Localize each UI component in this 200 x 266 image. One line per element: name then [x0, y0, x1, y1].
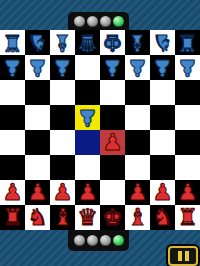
square-a1[interactable]: ♜	[0, 205, 25, 230]
square-g7[interactable]: ♟	[150, 55, 175, 80]
square-g8[interactable]: ♞	[150, 30, 175, 55]
square-a8[interactable]: ♜	[0, 30, 25, 55]
square-c4[interactable]	[50, 130, 75, 155]
blue-pawn-g7: ♟	[152, 56, 173, 79]
chess-game-screen: ♜♞♝♛♚♝♞♜♟♟♟♟♟♟♟♟♟♟♟♟♟♟♟♟♜♞♝♛♚♝♞♜	[0, 0, 200, 266]
square-h4[interactable]	[175, 130, 200, 155]
red-pawn-f2: ♟	[127, 181, 148, 204]
square-c7[interactable]: ♟	[50, 55, 75, 80]
red-bishop-f1: ♝	[127, 206, 148, 229]
red-king-e1: ♚	[102, 206, 123, 229]
blue-pawn-c7: ♟	[52, 56, 73, 79]
red-pawn-e4: ♟	[102, 131, 123, 154]
square-d1[interactable]: ♛	[75, 205, 100, 230]
blue-bishop-c8: ♝	[52, 31, 73, 54]
square-h3[interactable]	[175, 155, 200, 180]
square-h7[interactable]: ♟	[175, 55, 200, 80]
square-f1[interactable]: ♝	[125, 205, 150, 230]
square-d3[interactable]	[75, 155, 100, 180]
red-pawn-g2: ♟	[152, 181, 173, 204]
square-e1[interactable]: ♚	[100, 205, 125, 230]
red-queen-d1: ♛	[77, 206, 98, 229]
blue-rook-h8: ♜	[177, 31, 198, 54]
square-g5[interactable]	[150, 105, 175, 130]
square-f2[interactable]: ♟	[125, 180, 150, 205]
status-light-gray	[74, 235, 85, 246]
blue-pawn-h7: ♟	[177, 56, 198, 79]
square-c5[interactable]	[50, 105, 75, 130]
red-pawn-a2: ♟	[2, 181, 23, 204]
square-b3[interactable]	[25, 155, 50, 180]
blue-bishop-f8: ♝	[127, 31, 148, 54]
square-b7[interactable]: ♟	[25, 55, 50, 80]
top-player-indicator	[68, 12, 129, 30]
square-a5[interactable]	[0, 105, 25, 130]
blue-queen-d8: ♛	[77, 31, 98, 54]
square-a3[interactable]	[0, 155, 25, 180]
blue-pawn-f7: ♟	[127, 56, 148, 79]
square-d7[interactable]	[75, 55, 100, 80]
square-a7[interactable]: ♟	[0, 55, 25, 80]
square-e3[interactable]	[100, 155, 125, 180]
square-h1[interactable]: ♜	[175, 205, 200, 230]
blue-knight-g8: ♞	[152, 31, 173, 54]
square-a6[interactable]	[0, 80, 25, 105]
blue-pawn-a7: ♟	[2, 56, 23, 79]
square-b5[interactable]	[25, 105, 50, 130]
square-g3[interactable]	[150, 155, 175, 180]
status-light-green	[113, 235, 124, 246]
status-light-green	[113, 16, 124, 27]
red-rook-h1: ♜	[177, 206, 198, 229]
square-f7[interactable]: ♟	[125, 55, 150, 80]
red-pawn-c2: ♟	[52, 181, 73, 204]
square-f5[interactable]	[125, 105, 150, 130]
square-c8[interactable]: ♝	[50, 30, 75, 55]
red-rook-a1: ♜	[2, 206, 23, 229]
square-b8[interactable]: ♞	[25, 30, 50, 55]
square-g6[interactable]	[150, 80, 175, 105]
square-h5[interactable]	[175, 105, 200, 130]
blue-pawn-e7: ♟	[102, 56, 123, 79]
square-f6[interactable]	[125, 80, 150, 105]
square-c6[interactable]	[50, 80, 75, 105]
pause-icon	[178, 251, 182, 261]
square-e7[interactable]: ♟	[100, 55, 125, 80]
blue-pawn-d5: ♟	[77, 106, 98, 129]
square-d5[interactable]: ♟	[75, 105, 100, 130]
square-g1[interactable]: ♞	[150, 205, 175, 230]
square-f4[interactable]	[125, 130, 150, 155]
status-light-gray	[100, 235, 111, 246]
chess-board: ♜♞♝♛♚♝♞♜♟♟♟♟♟♟♟♟♟♟♟♟♟♟♟♟♜♞♝♛♚♝♞♜	[0, 30, 200, 230]
square-b2[interactable]: ♟	[25, 180, 50, 205]
square-e8[interactable]: ♚	[100, 30, 125, 55]
status-light-gray	[74, 16, 85, 27]
blue-rook-a8: ♜	[2, 31, 23, 54]
square-e5[interactable]	[100, 105, 125, 130]
square-d4[interactable]	[75, 130, 100, 155]
square-e6[interactable]	[100, 80, 125, 105]
red-knight-g1: ♞	[152, 206, 173, 229]
square-f3[interactable]	[125, 155, 150, 180]
status-light-gray	[100, 16, 111, 27]
red-knight-b1: ♞	[27, 206, 48, 229]
square-g2[interactable]: ♟	[150, 180, 175, 205]
square-e4[interactable]: ♟	[100, 130, 125, 155]
pause-icon	[185, 251, 189, 261]
square-h6[interactable]	[175, 80, 200, 105]
square-c2[interactable]: ♟	[50, 180, 75, 205]
square-f8[interactable]: ♝	[125, 30, 150, 55]
pause-button[interactable]	[168, 246, 198, 266]
square-g4[interactable]	[150, 130, 175, 155]
red-bishop-c1: ♝	[52, 206, 73, 229]
square-b1[interactable]: ♞	[25, 205, 50, 230]
square-h8[interactable]: ♜	[175, 30, 200, 55]
red-pawn-h2: ♟	[177, 181, 198, 204]
square-a2[interactable]: ♟	[0, 180, 25, 205]
status-light-gray	[87, 235, 98, 246]
blue-pawn-b7: ♟	[27, 56, 48, 79]
square-c3[interactable]	[50, 155, 75, 180]
square-a4[interactable]	[0, 130, 25, 155]
square-b4[interactable]	[25, 130, 50, 155]
square-d2[interactable]: ♟	[75, 180, 100, 205]
square-d6[interactable]	[75, 80, 100, 105]
square-c1[interactable]: ♝	[50, 205, 75, 230]
red-pawn-b2: ♟	[27, 181, 48, 204]
bottom-player-indicator	[68, 230, 129, 251]
red-pawn-d2: ♟	[77, 181, 98, 204]
status-light-gray	[87, 16, 98, 27]
blue-knight-b8: ♞	[27, 31, 48, 54]
square-e2[interactable]	[100, 180, 125, 205]
blue-king-e8: ♚	[102, 31, 123, 54]
square-d8[interactable]: ♛	[75, 30, 100, 55]
square-h2[interactable]: ♟	[175, 180, 200, 205]
square-b6[interactable]	[25, 80, 50, 105]
